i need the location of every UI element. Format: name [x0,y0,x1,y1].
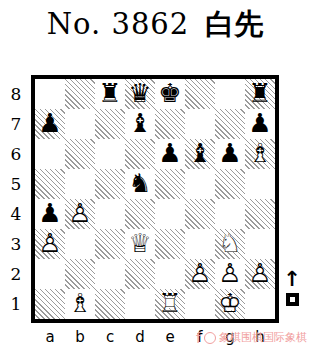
black-pawn-glyph: ♟ [155,139,185,169]
file-label-c: c [95,328,125,346]
white-to-move-indicator: ↑ [283,266,301,306]
white-pawn-glyph: ♙ [215,259,245,289]
black-pawn-glyph: ♟ [35,199,65,229]
black-king-glyph: ♚ [155,79,185,109]
square-d5[interactable]: ♞ [125,169,155,199]
file-label-a: a [35,328,65,346]
black-queen[interactable]: ♛ [125,79,155,109]
square-h1[interactable] [245,289,275,319]
rank-label-6: 6 [5,139,27,169]
square-h2[interactable]: ♟♙ [245,259,275,289]
black-rook-glyph: ♜ [95,79,125,109]
square-a5[interactable] [35,169,65,199]
white-pawn[interactable]: ♟♙ [185,259,215,289]
black-bishop[interactable]: ♝ [185,139,215,169]
square-c2[interactable] [95,259,125,289]
black-bishop-glyph: ♝ [185,139,215,169]
rank-label-5: 5 [5,169,27,199]
white-knight[interactable]: ♞♘ [215,229,245,259]
puzzle-title: No. 3862白先 [0,5,310,45]
square-a3[interactable]: ♟♙ [35,229,65,259]
white-rook[interactable]: ♜♖ [155,289,185,319]
square-h8[interactable]: ♜ [245,79,275,109]
black-pawn-glyph: ♟ [215,139,245,169]
square-c4[interactable] [95,199,125,229]
white-pawn[interactable]: ♟♙ [35,229,65,259]
square-a8[interactable] [35,79,65,109]
white-bishop[interactable]: ♝♗ [65,289,95,319]
file-label-e: e [155,328,185,346]
side-to-move-label: 白先 [205,7,263,41]
square-h6[interactable]: ♝♗ [245,139,275,169]
square-b5[interactable] [65,169,95,199]
square-g6[interactable]: ♟ [215,139,245,169]
square-e7[interactable] [155,109,185,139]
square-h7[interactable]: ♟ [245,109,275,139]
rank-label-3: 3 [5,229,27,259]
white-queen[interactable]: ♛♕ [125,229,155,259]
white-pawn-glyph: ♙ [35,229,65,259]
square-d7[interactable]: ♝ [125,109,155,139]
black-rook[interactable]: ♜ [245,79,275,109]
square-h3[interactable] [245,229,275,259]
square-a4[interactable]: ♟ [35,199,65,229]
white-pawn-glyph: ♙ [245,259,275,289]
square-f5[interactable] [185,169,215,199]
square-h4[interactable] [245,199,275,229]
square-e2[interactable] [155,259,185,289]
black-knight[interactable]: ♞ [125,169,155,199]
black-pawn[interactable]: ♟ [245,109,275,139]
square-a1[interactable] [35,289,65,319]
square-g3[interactable]: ♞♘ [215,229,245,259]
square-g7[interactable] [215,109,245,139]
square-d3[interactable]: ♛♕ [125,229,155,259]
white-rook-glyph: ♖ [155,289,185,319]
rank-label-1: 1 [5,289,27,319]
square-f2[interactable]: ♟♙ [185,259,215,289]
white-square-icon [286,293,299,306]
square-c6[interactable] [95,139,125,169]
square-e6[interactable]: ♟ [155,139,185,169]
white-queen-glyph: ♕ [125,229,155,259]
square-f3[interactable] [185,229,215,259]
square-c5[interactable] [95,169,125,199]
black-pawn[interactable]: ♟ [35,199,65,229]
white-bishop-glyph: ♗ [245,139,275,169]
black-pawn[interactable]: ♟ [215,139,245,169]
square-d2[interactable] [125,259,155,289]
black-pawn[interactable]: ♟ [155,139,185,169]
black-knight-glyph: ♞ [125,169,155,199]
square-d1[interactable] [125,289,155,319]
square-b4[interactable]: ♟♙ [65,199,95,229]
white-king[interactable]: ♚♔ [215,289,245,319]
square-b6[interactable] [65,139,95,169]
black-king[interactable]: ♚ [155,79,185,109]
white-pawn-glyph: ♙ [185,259,215,289]
black-rook[interactable]: ♜ [95,79,125,109]
square-b3[interactable] [65,229,95,259]
square-g8[interactable] [215,79,245,109]
square-h5[interactable] [245,169,275,199]
square-a2[interactable] [35,259,65,289]
puzzle-number: No. 3862 [47,7,190,41]
white-pawn[interactable]: ♟♙ [215,259,245,289]
up-arrow-icon: ↑ [283,266,301,292]
white-bishop[interactable]: ♝♗ [245,139,275,169]
square-c1[interactable] [95,289,125,319]
board-grid: ♜♛♚♜♟♝♟♟♝♟♝♗♞♟♟♙♟♙♛♕♞♘♟♙♟♙♟♙♝♗♜♖♚♔ [35,79,275,319]
square-b1[interactable]: ♝♗ [65,289,95,319]
square-a7[interactable]: ♟ [35,109,65,139]
rank-label-4: 4 [5,199,27,229]
square-e5[interactable] [155,169,185,199]
white-king-glyph: ♔ [215,289,245,319]
square-g1[interactable]: ♚♔ [215,289,245,319]
black-pawn[interactable]: ♟ [35,109,65,139]
square-b2[interactable] [65,259,95,289]
chess-board: ♜♛♚♜♟♝♟♟♝♟♝♗♞♟♟♙♟♙♛♕♞♘♟♙♟♙♟♙♝♗♜♖♚♔ [31,75,279,323]
square-e8[interactable]: ♚ [155,79,185,109]
square-d8[interactable]: ♛ [125,79,155,109]
black-bishop-glyph: ♝ [125,109,155,139]
square-g2[interactable]: ♟♙ [215,259,245,289]
square-f7[interactable] [185,109,215,139]
square-e3[interactable] [155,229,185,259]
rank-label-2: 2 [5,259,27,289]
file-label-d: d [125,328,155,346]
rank-labels: 87654321 [5,79,27,319]
white-bishop-glyph: ♗ [65,289,95,319]
black-rook-glyph: ♜ [245,79,275,109]
white-pawn[interactable]: ♟♙ [65,199,95,229]
watermark: f 象棋围棋国际象棋 [196,331,307,345]
watermark-text: 象棋围棋国际象棋 [219,331,307,345]
black-queen-glyph: ♛ [125,79,155,109]
square-c8[interactable]: ♜ [95,79,125,109]
square-f4[interactable] [185,199,215,229]
black-bishop[interactable]: ♝ [125,109,155,139]
white-knight-glyph: ♘ [215,229,245,259]
square-e4[interactable] [155,199,185,229]
file-label-b: b [65,328,95,346]
watermark-f-logo: f [196,331,201,345]
rank-label-7: 7 [5,109,27,139]
square-f1[interactable] [185,289,215,319]
square-c3[interactable] [95,229,125,259]
square-g5[interactable] [215,169,245,199]
square-c7[interactable] [95,109,125,139]
rank-label-8: 8 [5,79,27,109]
black-pawn-glyph: ♟ [35,109,65,139]
white-pawn[interactable]: ♟♙ [245,259,275,289]
square-b7[interactable] [65,109,95,139]
square-b8[interactable] [65,79,95,109]
square-e1[interactable]: ♜♖ [155,289,185,319]
square-f6[interactable]: ♝ [185,139,215,169]
square-g4[interactable] [215,199,245,229]
square-d4[interactable] [125,199,155,229]
square-f8[interactable] [185,79,215,109]
black-pawn-glyph: ♟ [245,109,275,139]
white-pawn-glyph: ♙ [65,199,95,229]
watermark-circle-icon [204,332,216,344]
square-a6[interactable] [35,139,65,169]
square-d6[interactable] [125,139,155,169]
